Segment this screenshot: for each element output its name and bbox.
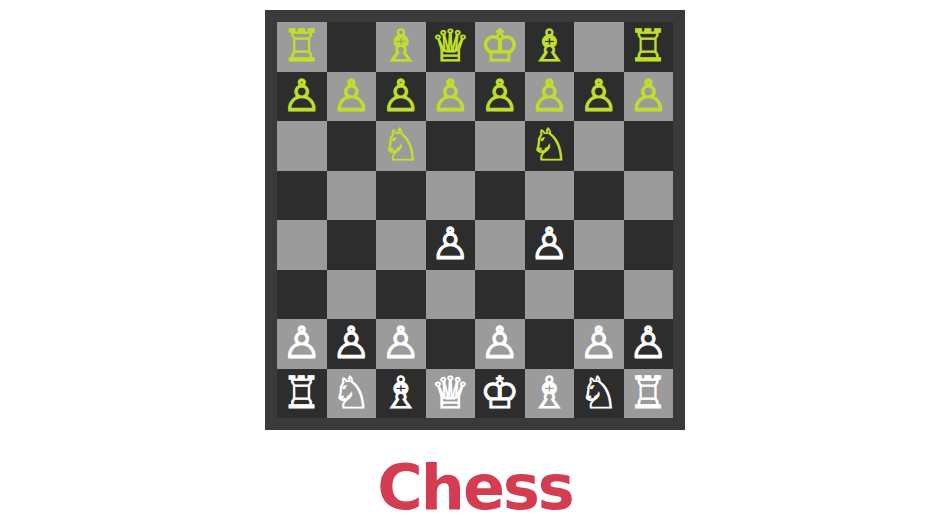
- square-b8[interactable]: [327, 22, 377, 72]
- piece-black-pawn[interactable]: ♙: [431, 72, 470, 121]
- square-f7[interactable]: ♙: [525, 72, 575, 122]
- square-g7[interactable]: ♙: [574, 72, 624, 122]
- piece-white-king[interactable]: ♔: [480, 369, 519, 418]
- piece-black-bishop[interactable]: ♗: [381, 22, 420, 71]
- square-a5[interactable]: [277, 171, 327, 221]
- square-d8[interactable]: ♕: [426, 22, 476, 72]
- square-e5[interactable]: [475, 171, 525, 221]
- piece-black-bishop[interactable]: ♗: [530, 22, 569, 71]
- square-a7[interactable]: ♙: [277, 72, 327, 122]
- square-c8[interactable]: ♗: [376, 22, 426, 72]
- piece-black-pawn[interactable]: ♙: [381, 72, 420, 121]
- piece-white-pawn[interactable]: ♙: [480, 319, 519, 368]
- square-e4[interactable]: [475, 220, 525, 270]
- square-f8[interactable]: ♗: [525, 22, 575, 72]
- page: ♖♗♕♔♗♖♙♙♙♙♙♙♙♙♘♘♙♙♙♙♙♙♙♙♖♘♗♕♔♗♘♖ Chess: [0, 0, 950, 531]
- piece-white-pawn[interactable]: ♙: [381, 319, 420, 368]
- square-b1[interactable]: ♘: [327, 369, 377, 419]
- square-e6[interactable]: [475, 121, 525, 171]
- square-e3[interactable]: [475, 270, 525, 320]
- square-f5[interactable]: [525, 171, 575, 221]
- square-b7[interactable]: ♙: [327, 72, 377, 122]
- piece-white-knight[interactable]: ♘: [579, 369, 618, 418]
- square-g4[interactable]: [574, 220, 624, 270]
- square-h2[interactable]: ♙: [624, 319, 674, 369]
- square-h8[interactable]: ♖: [624, 22, 674, 72]
- piece-black-knight[interactable]: ♘: [530, 121, 569, 170]
- square-e8[interactable]: ♔: [475, 22, 525, 72]
- square-h3[interactable]: [624, 270, 674, 320]
- square-b4[interactable]: [327, 220, 377, 270]
- square-g6[interactable]: [574, 121, 624, 171]
- square-f4[interactable]: ♙: [525, 220, 575, 270]
- piece-white-rook[interactable]: ♖: [282, 369, 321, 418]
- chess-board: ♖♗♕♔♗♖♙♙♙♙♙♙♙♙♘♘♙♙♙♙♙♙♙♙♖♘♗♕♔♗♘♖: [277, 22, 673, 418]
- square-h5[interactable]: [624, 171, 674, 221]
- square-g8[interactable]: [574, 22, 624, 72]
- square-a2[interactable]: ♙: [277, 319, 327, 369]
- piece-black-rook[interactable]: ♖: [629, 22, 668, 71]
- square-b5[interactable]: [327, 171, 377, 221]
- square-c7[interactable]: ♙: [376, 72, 426, 122]
- square-e2[interactable]: ♙: [475, 319, 525, 369]
- square-f1[interactable]: ♗: [525, 369, 575, 419]
- square-c3[interactable]: [376, 270, 426, 320]
- piece-black-queen[interactable]: ♕: [431, 22, 470, 71]
- square-a3[interactable]: [277, 270, 327, 320]
- piece-black-rook[interactable]: ♖: [282, 22, 321, 71]
- piece-white-rook[interactable]: ♖: [629, 369, 668, 418]
- piece-white-pawn[interactable]: ♙: [530, 220, 569, 269]
- square-c6[interactable]: ♘: [376, 121, 426, 171]
- piece-white-queen[interactable]: ♕: [431, 369, 470, 418]
- square-c2[interactable]: ♙: [376, 319, 426, 369]
- square-g1[interactable]: ♘: [574, 369, 624, 419]
- square-b6[interactable]: [327, 121, 377, 171]
- square-c5[interactable]: [376, 171, 426, 221]
- piece-white-pawn[interactable]: ♙: [629, 319, 668, 368]
- square-d3[interactable]: [426, 270, 476, 320]
- square-e7[interactable]: ♙: [475, 72, 525, 122]
- square-d7[interactable]: ♙: [426, 72, 476, 122]
- piece-black-pawn[interactable]: ♙: [332, 72, 371, 121]
- square-c4[interactable]: [376, 220, 426, 270]
- piece-black-king[interactable]: ♔: [480, 22, 519, 71]
- square-a1[interactable]: ♖: [277, 369, 327, 419]
- square-g3[interactable]: [574, 270, 624, 320]
- square-c1[interactable]: ♗: [376, 369, 426, 419]
- square-d2[interactable]: [426, 319, 476, 369]
- title-container: Chess: [0, 451, 950, 524]
- square-f2[interactable]: [525, 319, 575, 369]
- page-title: Chess: [377, 451, 573, 524]
- piece-black-knight[interactable]: ♘: [381, 121, 420, 170]
- square-g2[interactable]: ♙: [574, 319, 624, 369]
- square-d5[interactable]: [426, 171, 476, 221]
- square-d6[interactable]: [426, 121, 476, 171]
- square-f6[interactable]: ♘: [525, 121, 575, 171]
- square-e1[interactable]: ♔: [475, 369, 525, 419]
- piece-black-pawn[interactable]: ♙: [480, 72, 519, 121]
- square-g5[interactable]: [574, 171, 624, 221]
- chess-board-frame: ♖♗♕♔♗♖♙♙♙♙♙♙♙♙♘♘♙♙♙♙♙♙♙♙♖♘♗♕♔♗♘♖: [265, 10, 685, 430]
- piece-white-knight[interactable]: ♘: [332, 369, 371, 418]
- piece-white-pawn[interactable]: ♙: [282, 319, 321, 368]
- square-h7[interactable]: ♙: [624, 72, 674, 122]
- piece-white-pawn[interactable]: ♙: [332, 319, 371, 368]
- square-d4[interactable]: ♙: [426, 220, 476, 270]
- piece-white-bishop[interactable]: ♗: [381, 369, 420, 418]
- square-a4[interactable]: [277, 220, 327, 270]
- square-h4[interactable]: [624, 220, 674, 270]
- piece-white-pawn[interactable]: ♙: [431, 220, 470, 269]
- piece-black-pawn[interactable]: ♙: [579, 72, 618, 121]
- square-f3[interactable]: [525, 270, 575, 320]
- square-h1[interactable]: ♖: [624, 369, 674, 419]
- square-d1[interactable]: ♕: [426, 369, 476, 419]
- square-b3[interactable]: [327, 270, 377, 320]
- piece-black-pawn[interactable]: ♙: [629, 72, 668, 121]
- square-a8[interactable]: ♖: [277, 22, 327, 72]
- square-h6[interactable]: [624, 121, 674, 171]
- piece-black-pawn[interactable]: ♙: [282, 72, 321, 121]
- piece-white-bishop[interactable]: ♗: [530, 369, 569, 418]
- piece-white-pawn[interactable]: ♙: [579, 319, 618, 368]
- piece-black-pawn[interactable]: ♙: [530, 72, 569, 121]
- square-b2[interactable]: ♙: [327, 319, 377, 369]
- square-a6[interactable]: [277, 121, 327, 171]
